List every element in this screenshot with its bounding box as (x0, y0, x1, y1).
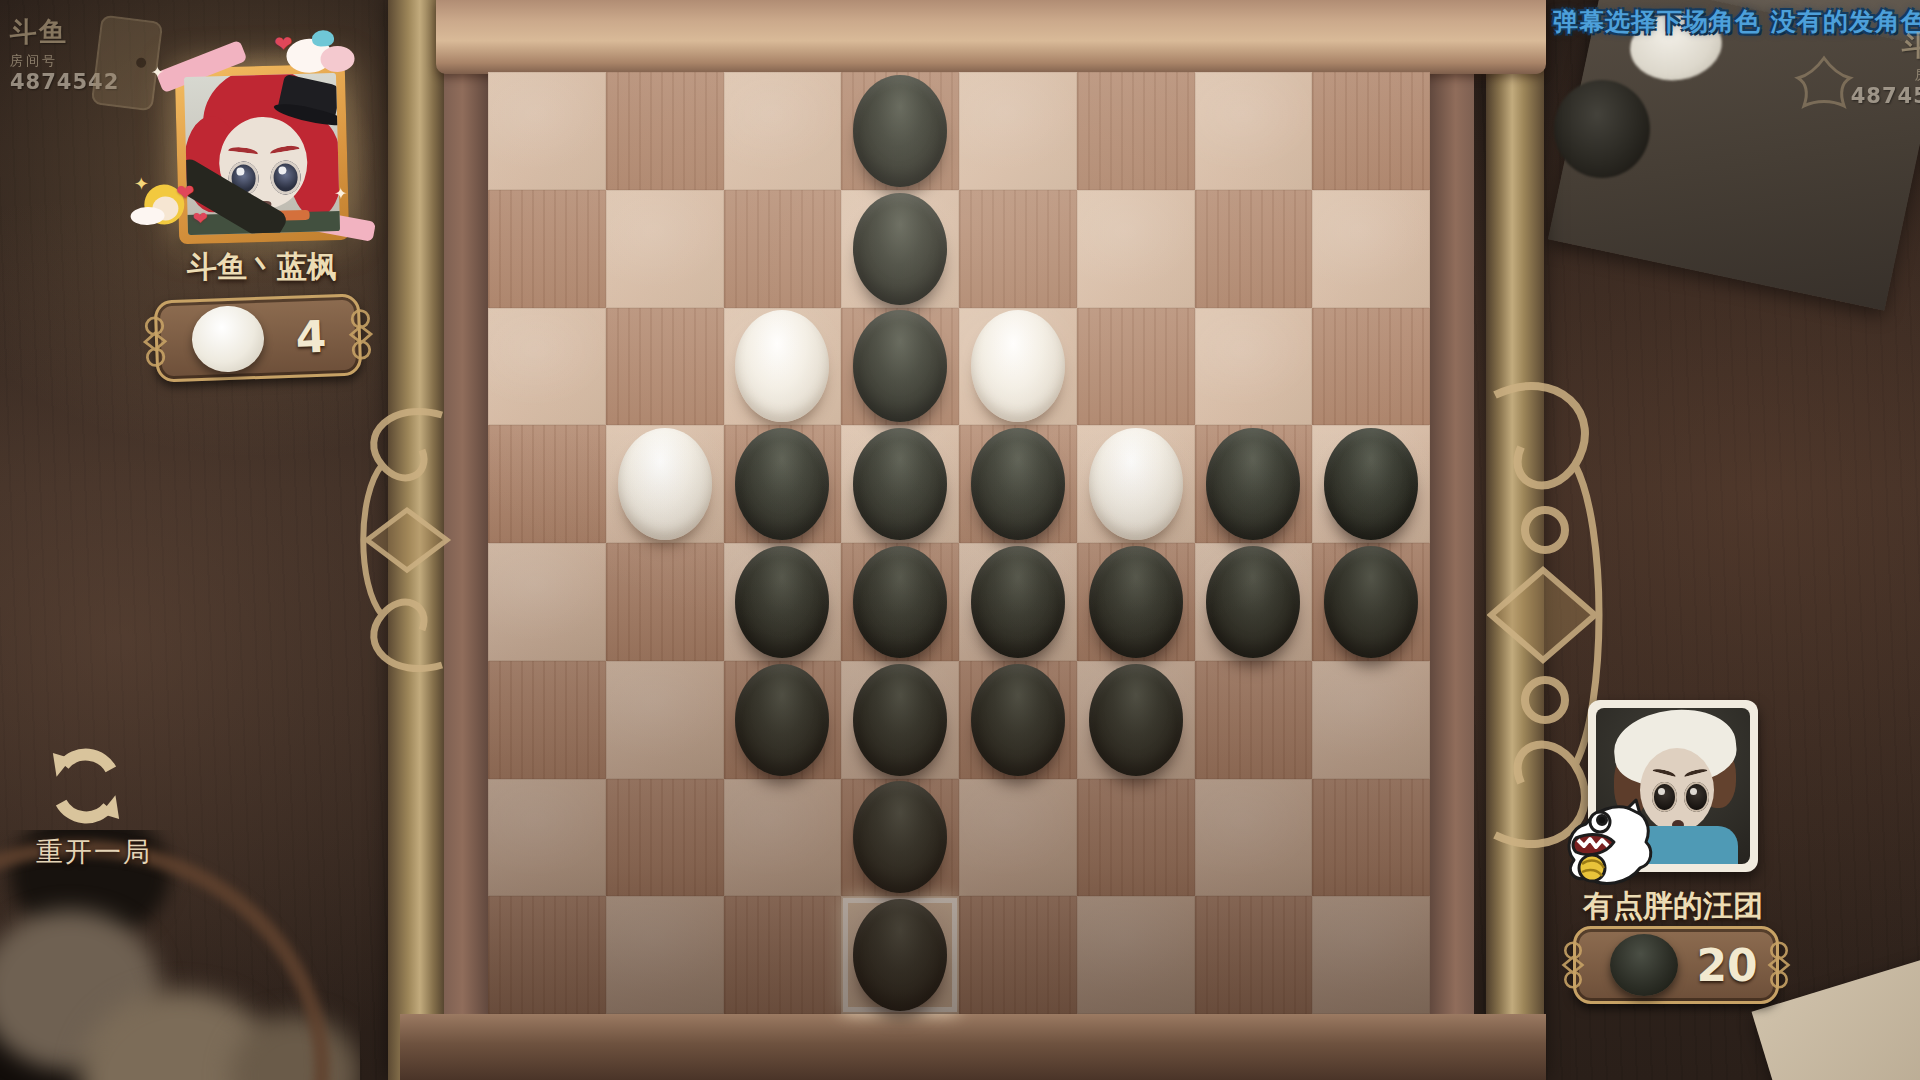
board-cell-e4[interactable] (959, 425, 1077, 543)
board-cell-h7[interactable] (1312, 779, 1430, 897)
board-cell-b8[interactable] (606, 896, 724, 1014)
board-cell-f8[interactable] (1077, 896, 1195, 1014)
board-cell-c7[interactable] (724, 779, 842, 897)
board-cell-h6[interactable] (1312, 661, 1430, 779)
board-cell-h8[interactable] (1312, 896, 1430, 1014)
black-disc (735, 428, 829, 540)
board-cell-a2[interactable] (488, 190, 606, 308)
douyu-watermark-top-right: 斗鱼 房间号 4874542 (1840, 28, 1920, 108)
white-disc (1089, 428, 1183, 540)
black-disc (735, 546, 829, 658)
black-disc (853, 75, 947, 187)
board-cell-e2[interactable] (959, 190, 1077, 308)
white-score: 4 (263, 309, 359, 363)
restart-icon (38, 740, 134, 832)
shark-sticker (1562, 798, 1658, 890)
board-frame-top-beam (436, 0, 1546, 74)
game-screen: 弹幕选择下场角色 没有的发角色名字 斗鱼 房间号 4874542 斗鱼 房间号 … (0, 0, 1920, 1080)
board-cell-a6[interactable] (488, 661, 606, 779)
black-disc (1324, 428, 1418, 540)
black-disc (735, 664, 829, 776)
board-cell-f6[interactable] (1077, 661, 1195, 779)
black-score-disc (1610, 934, 1678, 996)
board-cell-d1[interactable] (841, 72, 959, 190)
right-player-name: 有点胖的汪团 (1555, 886, 1791, 927)
board-cell-c3[interactable] (724, 308, 842, 426)
black-disc (853, 664, 947, 776)
board-cell-d6[interactable] (841, 661, 959, 779)
plaque-ornament (347, 302, 375, 367)
board-cell-f3[interactable] (1077, 308, 1195, 426)
board-cell-d5[interactable] (841, 543, 959, 661)
board-cell-f5[interactable] (1077, 543, 1195, 661)
board-cell-b5[interactable] (606, 543, 724, 661)
board-frame-wood-right (1428, 16, 1474, 1080)
board-cell-c4[interactable] (724, 425, 842, 543)
left-player-portrait (184, 73, 340, 235)
board-grid (488, 72, 1430, 1014)
board-cell-h5[interactable] (1312, 543, 1430, 661)
board-cell-d7[interactable] (841, 779, 959, 897)
frame-scroll-ornament-left (322, 395, 452, 685)
board-cell-c1[interactable] (724, 72, 842, 190)
board-cell-h3[interactable] (1312, 308, 1430, 426)
board-cell-g8[interactable] (1195, 896, 1313, 1014)
black-stone-prop (1554, 80, 1650, 178)
board-cell-f4[interactable] (1077, 425, 1195, 543)
board-cell-c8[interactable] (724, 896, 842, 1014)
black-disc (1206, 546, 1300, 658)
board-cell-g1[interactable] (1195, 72, 1313, 190)
board-cell-d2[interactable] (841, 190, 959, 308)
board-cell-e3[interactable] (959, 308, 1077, 426)
board-cell-f2[interactable] (1077, 190, 1195, 308)
board-cell-a3[interactable] (488, 308, 606, 426)
board-cell-g3[interactable] (1195, 308, 1313, 426)
board-cell-c2[interactable] (724, 190, 842, 308)
right-player-score-plaque: 20 (1573, 926, 1779, 1004)
black-score: 20 (1678, 940, 1776, 991)
board-cell-a7[interactable] (488, 779, 606, 897)
black-disc (971, 546, 1065, 658)
board-cell-e5[interactable] (959, 543, 1077, 661)
black-disc (971, 664, 1065, 776)
black-disc (853, 428, 947, 540)
board-cell-h4[interactable] (1312, 425, 1430, 543)
board-cell-c6[interactable] (724, 661, 842, 779)
black-disc (853, 310, 947, 422)
plaque-ornament (1560, 935, 1586, 995)
board-cell-g4[interactable] (1195, 425, 1313, 543)
black-disc (853, 546, 947, 658)
board-cell-d3[interactable] (841, 308, 959, 426)
black-disc (1089, 664, 1183, 776)
board-cell-b2[interactable] (606, 190, 724, 308)
white-disc (971, 310, 1065, 422)
board-cell-f7[interactable] (1077, 779, 1195, 897)
board-cell-b4[interactable] (606, 425, 724, 543)
black-disc (853, 899, 947, 1011)
board-cell-a1[interactable] (488, 72, 606, 190)
white-score-disc (191, 305, 265, 373)
board-cell-e8[interactable] (959, 896, 1077, 1014)
left-player-avatar: ❤ ❤ ❤ ✦ ✦ ✦ (175, 64, 350, 244)
board-frame-bottom-beam (400, 1014, 1546, 1080)
black-disc (1089, 546, 1183, 658)
black-disc (971, 428, 1065, 540)
douyu-shark-icon (1794, 54, 1854, 114)
board-cell-f1[interactable] (1077, 72, 1195, 190)
board-cell-h1[interactable] (1312, 72, 1430, 190)
plaque-ornament (141, 309, 169, 374)
black-disc (853, 781, 947, 893)
board-cell-a4[interactable] (488, 425, 606, 543)
board-cell-b7[interactable] (606, 779, 724, 897)
board-cell-e1[interactable] (959, 72, 1077, 190)
board-cell-d4[interactable] (841, 425, 959, 543)
board-cell-a8[interactable] (488, 896, 606, 1014)
black-disc (1206, 428, 1300, 540)
board-cell-g7[interactable] (1195, 779, 1313, 897)
left-player-name: 斗鱼丶蓝枫 (142, 247, 382, 288)
plaque-ornament (1766, 935, 1792, 995)
white-disc (735, 310, 829, 422)
board-cell-d8[interactable] (841, 896, 959, 1014)
black-disc (853, 193, 947, 305)
board-cell-g5[interactable] (1195, 543, 1313, 661)
board-cell-g6[interactable] (1195, 661, 1313, 779)
board-cell-b1[interactable] (606, 72, 724, 190)
board-cell-b6[interactable] (606, 661, 724, 779)
left-player-score-plaque: 4 (154, 293, 363, 382)
board-cell-a5[interactable] (488, 543, 606, 661)
othello-board (488, 72, 1430, 1014)
black-disc (1324, 546, 1418, 658)
restart-label: 重开一局 (14, 834, 174, 870)
restart-button[interactable]: 重开一局 (14, 740, 174, 870)
board-cell-e6[interactable] (959, 661, 1077, 779)
white-disc (618, 428, 712, 540)
board-cell-g2[interactable] (1195, 190, 1313, 308)
board-cell-c5[interactable] (724, 543, 842, 661)
board-cell-h2[interactable] (1312, 190, 1430, 308)
board-cell-e7[interactable] (959, 779, 1077, 897)
board-cell-b3[interactable] (606, 308, 724, 426)
